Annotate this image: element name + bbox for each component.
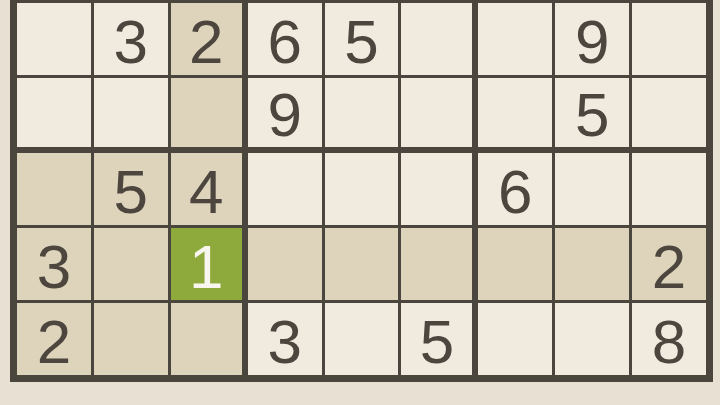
cell-r9c1[interactable]: 2 bbox=[17, 303, 91, 375]
cell-r7c3[interactable]: 4 bbox=[171, 153, 245, 225]
cell-r6c2[interactable] bbox=[94, 78, 168, 150]
cell-r7c2[interactable]: 5 bbox=[94, 153, 168, 225]
given-digit: 3 bbox=[267, 311, 301, 373]
cell-r7c4[interactable] bbox=[248, 153, 322, 225]
cell-r8c5[interactable] bbox=[325, 228, 399, 300]
cell-r5c6[interactable] bbox=[401, 3, 475, 75]
cell-r9c5[interactable] bbox=[325, 303, 399, 375]
cell-r6c5[interactable] bbox=[325, 78, 399, 150]
cell-r5c2[interactable]: 3 bbox=[94, 3, 168, 75]
cell-r6c6[interactable] bbox=[401, 78, 475, 150]
cell-r8c2[interactable] bbox=[94, 228, 168, 300]
cell-r8c9[interactable]: 2 bbox=[632, 228, 706, 300]
given-digit: 5 bbox=[114, 161, 148, 223]
cell-r6c9[interactable] bbox=[632, 78, 706, 150]
cell-r9c2[interactable] bbox=[94, 303, 168, 375]
cell-r9c8[interactable] bbox=[555, 303, 629, 375]
cell-r7c6[interactable] bbox=[401, 153, 475, 225]
given-digit: 2 bbox=[37, 311, 71, 373]
cell-r6c4[interactable]: 9 bbox=[248, 78, 322, 150]
cell-r6c7[interactable] bbox=[478, 78, 552, 150]
cell-r7c9[interactable] bbox=[632, 153, 706, 225]
cell-r9c7[interactable] bbox=[478, 303, 552, 375]
given-digit: 3 bbox=[37, 236, 71, 298]
given-digit: 5 bbox=[575, 84, 609, 146]
cell-r8c6[interactable] bbox=[401, 228, 475, 300]
cell-r8c8[interactable] bbox=[555, 228, 629, 300]
cell-r9c3[interactable] bbox=[171, 303, 245, 375]
cell-r8c3[interactable]: 1 bbox=[171, 228, 245, 300]
cell-r5c5[interactable]: 5 bbox=[325, 3, 399, 75]
cell-r5c3[interactable]: 2 bbox=[171, 3, 245, 75]
cell-r7c1[interactable] bbox=[17, 153, 91, 225]
cell-r9c9[interactable]: 8 bbox=[632, 303, 706, 375]
cell-r5c1[interactable] bbox=[17, 3, 91, 75]
sudoku-app-viewport: 32659955463122358 bbox=[0, 0, 720, 405]
sudoku-board: 32659955463122358 bbox=[10, 0, 713, 382]
given-digit: 2 bbox=[652, 236, 686, 298]
given-digit: 4 bbox=[189, 161, 223, 223]
cell-r8c1[interactable]: 3 bbox=[17, 228, 91, 300]
cell-r7c5[interactable] bbox=[325, 153, 399, 225]
cell-r8c7[interactable] bbox=[478, 228, 552, 300]
given-digit: 5 bbox=[344, 11, 378, 73]
cell-r6c1[interactable] bbox=[17, 78, 91, 150]
given-digit: 6 bbox=[498, 161, 532, 223]
given-digit: 3 bbox=[114, 11, 148, 73]
cell-r7c8[interactable] bbox=[555, 153, 629, 225]
cell-r6c8[interactable]: 5 bbox=[555, 78, 629, 150]
cell-r5c8[interactable]: 9 bbox=[555, 3, 629, 75]
given-digit: 2 bbox=[189, 11, 223, 73]
cell-r6c3[interactable] bbox=[171, 78, 245, 150]
cell-r9c4[interactable]: 3 bbox=[248, 303, 322, 375]
cell-r9c6[interactable]: 5 bbox=[401, 303, 475, 375]
cell-r7c7[interactable]: 6 bbox=[478, 153, 552, 225]
cell-r5c7[interactable] bbox=[478, 3, 552, 75]
cell-r5c9[interactable] bbox=[632, 3, 706, 75]
given-digit: 6 bbox=[267, 11, 301, 73]
cell-r5c4[interactable]: 6 bbox=[248, 3, 322, 75]
selected-digit: 1 bbox=[189, 236, 223, 298]
given-digit: 5 bbox=[420, 311, 454, 373]
given-digit: 8 bbox=[652, 311, 686, 373]
given-digit: 9 bbox=[267, 84, 301, 146]
given-digit: 9 bbox=[575, 11, 609, 73]
cell-r8c4[interactable] bbox=[248, 228, 322, 300]
